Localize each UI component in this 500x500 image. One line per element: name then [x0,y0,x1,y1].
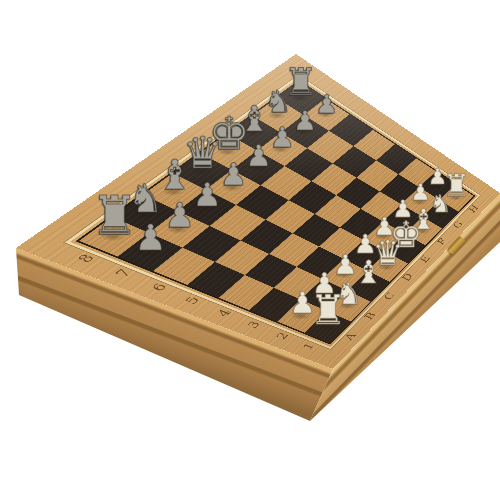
file-label-g: G [451,219,465,230]
piece-black-r-a8[interactable]: ♜ [91,189,139,242]
piece-black-p-f7[interactable]: ♟ [270,124,295,152]
piece-black-p-c7[interactable]: ♟ [193,179,222,211]
file-label-d: D [399,272,415,283]
rank-label-4: 4 [214,307,234,318]
file-label-e: E [417,254,432,265]
piece-white-r-a1[interactable]: ♜ [310,290,346,331]
file-label-b: B [362,310,379,321]
rank-label-3: 3 [244,319,263,330]
rank-label-6: 6 [148,281,171,293]
file-label-f: F [435,236,449,246]
rank-label-2: 2 [273,331,291,342]
piece-black-p-b7[interactable]: ♟ [164,199,195,233]
piece-black-p-h7[interactable]: ♟ [315,92,338,118]
piece-black-p-e7[interactable]: ♟ [245,142,271,171]
piece-black-p-d7[interactable]: ♟ [220,160,248,191]
rank-label-5: 5 [182,295,204,307]
photo-scene: ABCDEFGH12345678 ♜♞♝♛♚♝♞♜♟♟♟♟♟♟♟♟♟♟♟♟♟♟♟… [0,0,500,500]
rank-label-1: 1 [300,341,317,351]
piece-black-p-g7[interactable]: ♟ [293,108,317,135]
file-label-h: H [466,203,480,214]
piece-black-p-a7[interactable]: ♟ [135,220,167,256]
rank-label-7: 7 [111,267,135,280]
file-label-c: C [381,291,397,302]
rank-label-8: 8 [73,252,99,265]
